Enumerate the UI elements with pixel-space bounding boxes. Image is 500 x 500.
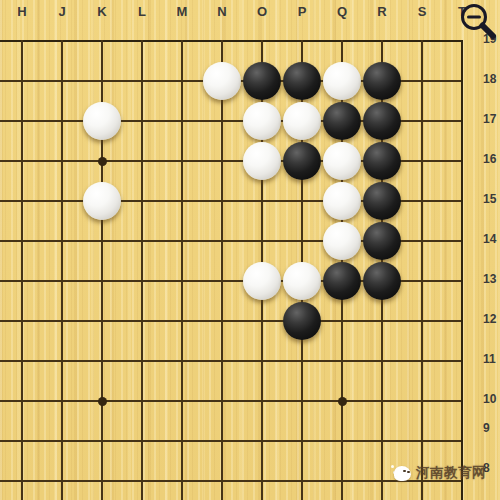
intersection-L18	[122, 61, 162, 101]
intersection-P18	[282, 61, 322, 101]
intersection-S13	[402, 261, 442, 301]
black-stone-P12	[283, 302, 321, 340]
white-stone-O17	[243, 102, 281, 140]
black-stone-O18	[243, 62, 281, 100]
intersection-R17	[362, 101, 402, 141]
watermark-text: 河南教育网	[416, 464, 486, 482]
black-stone-R16	[363, 142, 401, 180]
go-board-screenshot: HJKLMNOPQRST1918171615141312111098 河南教育网	[0, 0, 500, 500]
intersection-H18	[2, 61, 42, 101]
intersection-Q15	[322, 181, 362, 221]
intersection-J9	[42, 421, 82, 461]
intersection-O15	[242, 181, 282, 221]
intersection-N13	[202, 261, 242, 301]
intersection-Q13	[322, 261, 362, 301]
intersection-L15	[122, 181, 162, 221]
intersection-J12	[42, 301, 82, 341]
intersection-J15	[42, 181, 82, 221]
intersection-R10	[362, 381, 402, 421]
intersection-M17	[162, 101, 202, 141]
row-label-11: 11	[483, 351, 500, 367]
intersection-O14	[242, 221, 282, 261]
intersection-P11	[282, 341, 322, 381]
intersection-H12	[2, 301, 42, 341]
intersection-N9	[202, 421, 242, 461]
intersection-O12	[242, 301, 282, 341]
white-stone-Q16	[323, 142, 361, 180]
intersection-Q11	[322, 341, 362, 381]
row-label-12: 12	[483, 311, 500, 327]
intersection-P16	[282, 141, 322, 181]
intersection-H16	[2, 141, 42, 181]
intersection-S11	[402, 341, 442, 381]
intersection-O16	[242, 141, 282, 181]
intersection-K12	[82, 301, 122, 341]
intersection-O11	[242, 341, 282, 381]
column-label-L: L	[130, 4, 154, 20]
intersection-Q10	[322, 381, 362, 421]
intersection-J14	[42, 221, 82, 261]
intersection-T9	[442, 421, 482, 461]
intersection-L12	[122, 301, 162, 341]
intersection-M12	[162, 301, 202, 341]
intersection-L19	[122, 21, 162, 61]
intersection-S19	[402, 21, 442, 61]
white-stone-P17	[283, 102, 321, 140]
intersection-Q14	[322, 221, 362, 261]
star-point-K10	[98, 397, 107, 406]
intersection-L13	[122, 261, 162, 301]
intersection-M10	[162, 381, 202, 421]
column-label-N: N	[210, 4, 234, 20]
intersection-J18	[42, 61, 82, 101]
intersection-K11	[82, 341, 122, 381]
intersection-H9	[2, 421, 42, 461]
intersection-O13	[242, 261, 282, 301]
white-chick-mascot-icon	[391, 464, 412, 483]
column-label-M: M	[170, 4, 194, 20]
intersection-P14	[282, 221, 322, 261]
white-stone-N18	[203, 62, 241, 100]
row-label-14: 14	[483, 231, 500, 247]
star-point-K16	[98, 157, 107, 166]
row-label-15: 15	[483, 191, 500, 207]
intersection-M18	[162, 61, 202, 101]
intersection-T16	[442, 141, 482, 181]
intersection-O9	[242, 421, 282, 461]
intersection-R9	[362, 421, 402, 461]
intersection-M13	[162, 261, 202, 301]
row-label-13: 13	[483, 271, 500, 287]
intersection-N12	[202, 301, 242, 341]
intersection-K14	[82, 221, 122, 261]
column-label-H: H	[10, 4, 34, 20]
intersection-M19	[162, 21, 202, 61]
intersection-T18	[442, 61, 482, 101]
intersection-J17	[42, 101, 82, 141]
intersection-Q18	[322, 61, 362, 101]
white-stone-P13	[283, 262, 321, 300]
intersection-H15	[2, 181, 42, 221]
magnifier-minus-icon	[452, 0, 500, 56]
column-label-Q: Q	[330, 4, 354, 20]
go-board	[2, 21, 482, 500]
row-label-17: 17	[483, 111, 500, 127]
intersection-P10	[282, 381, 322, 421]
intersection-L9	[122, 421, 162, 461]
intersection-M16	[162, 141, 202, 181]
intersection-R15	[362, 181, 402, 221]
intersection-T15	[442, 181, 482, 221]
black-stone-Q17	[323, 102, 361, 140]
intersection-Q9	[322, 421, 362, 461]
intersection-N17	[202, 101, 242, 141]
intersection-J11	[42, 341, 82, 381]
white-stone-O13	[243, 262, 281, 300]
white-stone-Q15	[323, 182, 361, 220]
intersection-O17	[242, 101, 282, 141]
intersection-T10	[442, 381, 482, 421]
black-stone-Q13	[323, 262, 361, 300]
intersection-L17	[122, 101, 162, 141]
column-label-R: R	[370, 4, 394, 20]
intersection-P17	[282, 101, 322, 141]
intersection-N15	[202, 181, 242, 221]
row-label-10: 10	[483, 391, 500, 407]
black-stone-P16	[283, 142, 321, 180]
intersection-T11	[442, 341, 482, 381]
intersection-H14	[2, 221, 42, 261]
intersection-Q16	[322, 141, 362, 181]
intersection-S16	[402, 141, 442, 181]
intersection-L10	[122, 381, 162, 421]
white-stone-Q14	[323, 222, 361, 260]
intersection-K10	[82, 381, 122, 421]
intersection-H17	[2, 101, 42, 141]
intersection-S15	[402, 181, 442, 221]
intersection-H11	[2, 341, 42, 381]
intersection-N10	[202, 381, 242, 421]
watermark: 河南教育网	[391, 461, 486, 485]
intersection-Q8	[322, 461, 362, 500]
intersection-T13	[442, 261, 482, 301]
intersection-J19	[42, 21, 82, 61]
intersection-N18	[202, 61, 242, 101]
intersection-O18	[242, 61, 282, 101]
intersection-S10	[402, 381, 442, 421]
intersection-S9	[402, 421, 442, 461]
intersection-R11	[362, 341, 402, 381]
intersection-K8	[82, 461, 122, 500]
column-label-O: O	[250, 4, 274, 20]
intersection-J8	[42, 461, 82, 500]
intersection-R16	[362, 141, 402, 181]
intersection-P15	[282, 181, 322, 221]
row-label-16: 16	[483, 151, 500, 167]
intersection-T14	[442, 221, 482, 261]
intersection-K18	[82, 61, 122, 101]
intersection-H10	[2, 381, 42, 421]
star-point-Q10	[338, 397, 347, 406]
intersection-P9	[282, 421, 322, 461]
intersection-K17	[82, 101, 122, 141]
intersection-M8	[162, 461, 202, 500]
intersection-N11	[202, 341, 242, 381]
intersection-K15	[82, 181, 122, 221]
intersection-O10	[242, 381, 282, 421]
intersection-K16	[82, 141, 122, 181]
intersection-P19	[282, 21, 322, 61]
intersection-Q19	[322, 21, 362, 61]
intersection-H13	[2, 261, 42, 301]
intersection-P13	[282, 261, 322, 301]
column-label-K: K	[90, 4, 114, 20]
intersection-M11	[162, 341, 202, 381]
intersection-M15	[162, 181, 202, 221]
black-stone-R13	[363, 262, 401, 300]
column-label-S: S	[410, 4, 434, 20]
intersection-L16	[122, 141, 162, 181]
intersection-N16	[202, 141, 242, 181]
intersection-R18	[362, 61, 402, 101]
black-stone-R15	[363, 182, 401, 220]
black-stone-P18	[283, 62, 321, 100]
intersection-Q17	[322, 101, 362, 141]
intersection-R14	[362, 221, 402, 261]
intersection-R13	[362, 261, 402, 301]
intersection-S18	[402, 61, 442, 101]
intersection-R12	[362, 301, 402, 341]
intersection-H8	[2, 461, 42, 500]
zoom-out-button[interactable]	[452, 0, 500, 56]
intersection-R19	[362, 21, 402, 61]
intersection-K13	[82, 261, 122, 301]
black-stone-R17	[363, 102, 401, 140]
intersection-L14	[122, 221, 162, 261]
intersection-N14	[202, 221, 242, 261]
intersection-S17	[402, 101, 442, 141]
intersection-M14	[162, 221, 202, 261]
intersection-O8	[242, 461, 282, 500]
intersection-M9	[162, 421, 202, 461]
intersection-H19	[2, 21, 42, 61]
intersection-S12	[402, 301, 442, 341]
white-stone-Q18	[323, 62, 361, 100]
row-label-9: 9	[483, 420, 500, 436]
white-stone-O16	[243, 142, 281, 180]
row-label-18: 18	[483, 71, 500, 87]
intersection-L11	[122, 341, 162, 381]
intersection-S14	[402, 221, 442, 261]
white-stone-K15	[83, 182, 121, 220]
intersection-Q12	[322, 301, 362, 341]
intersection-J13	[42, 261, 82, 301]
intersection-K19	[82, 21, 122, 61]
white-stone-K17	[83, 102, 121, 140]
intersection-K9	[82, 421, 122, 461]
intersection-J10	[42, 381, 82, 421]
intersection-T17	[442, 101, 482, 141]
intersection-L8	[122, 461, 162, 500]
black-stone-R18	[363, 62, 401, 100]
intersection-J16	[42, 141, 82, 181]
intersection-O19	[242, 21, 282, 61]
intersection-P12	[282, 301, 322, 341]
intersection-P8	[282, 461, 322, 500]
column-label-P: P	[290, 4, 314, 20]
intersection-N19	[202, 21, 242, 61]
black-stone-R14	[363, 222, 401, 260]
intersection-T12	[442, 301, 482, 341]
column-label-J: J	[50, 4, 74, 20]
intersection-N8	[202, 461, 242, 500]
